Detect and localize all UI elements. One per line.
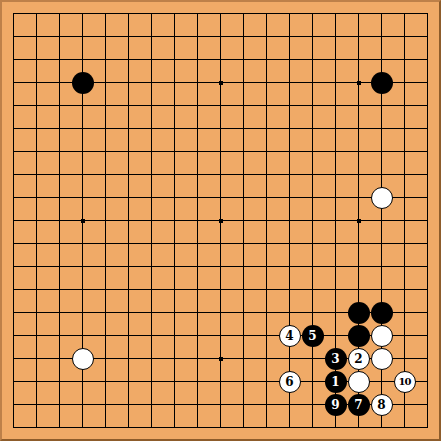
stone-white-N5-move-4: 4	[279, 325, 301, 347]
stone-white-R11	[371, 187, 393, 209]
star-point	[219, 81, 223, 85]
star-point	[357, 81, 361, 85]
star-point	[81, 219, 85, 223]
stone-black-O5-move-5: 5	[302, 325, 324, 347]
stone-white-S3-move-10: 10	[394, 371, 416, 393]
stone-white-N3-move-6: 6	[279, 371, 301, 393]
star-point	[357, 219, 361, 223]
stone-black-Q6	[348, 302, 370, 324]
stone-black-Q5	[348, 325, 370, 347]
stone-black-Q2-move-7: 7	[348, 394, 370, 416]
stone-black-D16	[72, 72, 94, 94]
stone-white-R2-move-8: 8	[371, 394, 393, 416]
star-point	[219, 357, 223, 361]
stone-black-R16	[371, 72, 393, 94]
go-board: 45326110978	[0, 0, 441, 441]
stone-white-R4	[371, 348, 393, 370]
board-grid: 45326110978	[2, 2, 439, 439]
stone-black-P2-move-9: 9	[325, 394, 347, 416]
stone-white-Q4-move-2: 2	[348, 348, 370, 370]
stone-black-P4-move-3: 3	[325, 348, 347, 370]
stone-white-Q3	[348, 371, 370, 393]
star-point	[219, 219, 223, 223]
stone-black-R6	[371, 302, 393, 324]
stone-white-R5	[371, 325, 393, 347]
stone-black-P3-move-1: 1	[325, 371, 347, 393]
stone-white-D4	[72, 348, 94, 370]
